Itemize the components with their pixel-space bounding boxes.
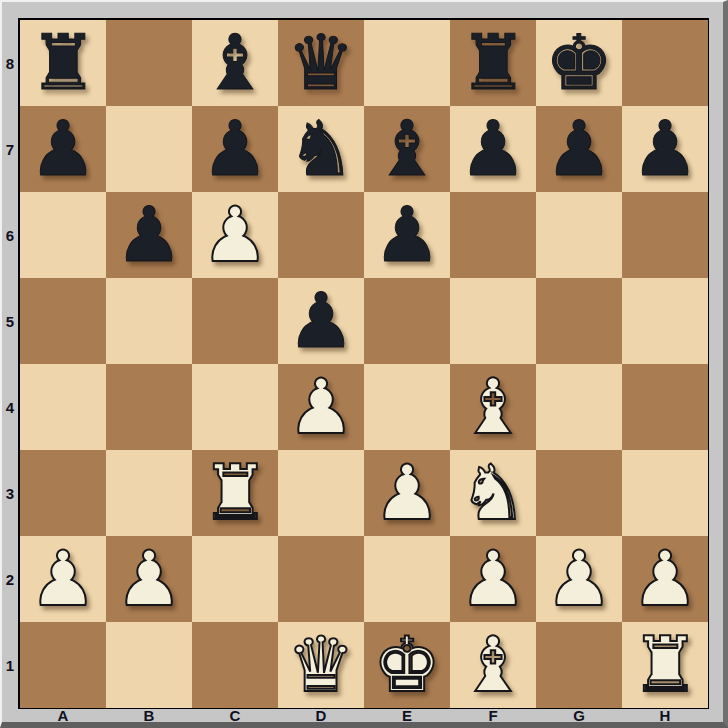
rank-labels: 87654321 xyxy=(2,20,18,708)
square-b1[interactable] xyxy=(106,622,192,708)
chess-diagram: 87654321 ♜♝♛♜♚♟♟♞♝♟♟♟♟♟♟♟♟♝♜♟♞♟♟♟♟♟♛♚♝♜ … xyxy=(0,0,728,728)
white-rook-piece: ♜ xyxy=(201,450,269,536)
square-e7[interactable]: ♝ xyxy=(364,106,450,192)
square-e8[interactable] xyxy=(364,20,450,106)
black-knight-piece: ♞ xyxy=(287,106,355,192)
square-a8[interactable]: ♜ xyxy=(20,20,106,106)
file-label-a: A xyxy=(20,707,106,724)
square-e6[interactable]: ♟ xyxy=(364,192,450,278)
square-d4[interactable]: ♟ xyxy=(278,364,364,450)
square-c5[interactable] xyxy=(192,278,278,364)
square-a4[interactable] xyxy=(20,364,106,450)
square-d5[interactable]: ♟ xyxy=(278,278,364,364)
square-f1[interactable]: ♝ xyxy=(450,622,536,708)
rank-label-6: 6 xyxy=(2,192,18,278)
square-f5[interactable] xyxy=(450,278,536,364)
square-a1[interactable] xyxy=(20,622,106,708)
square-h2[interactable]: ♟ xyxy=(622,536,708,622)
square-c4[interactable] xyxy=(192,364,278,450)
file-label-c: C xyxy=(192,707,278,724)
square-g5[interactable] xyxy=(536,278,622,364)
square-h8[interactable] xyxy=(622,20,708,106)
black-rook-piece: ♜ xyxy=(459,20,527,106)
file-label-d: D xyxy=(278,707,364,724)
white-pawn-piece: ♟ xyxy=(459,536,527,622)
black-bishop-piece: ♝ xyxy=(201,20,269,106)
rank-label-2: 2 xyxy=(2,536,18,622)
rank-label-8: 8 xyxy=(2,20,18,106)
square-b2[interactable]: ♟ xyxy=(106,536,192,622)
square-f4[interactable]: ♝ xyxy=(450,364,536,450)
square-b3[interactable] xyxy=(106,450,192,536)
black-pawn-piece: ♟ xyxy=(459,106,527,192)
square-f2[interactable]: ♟ xyxy=(450,536,536,622)
board-grid: ♜♝♛♜♚♟♟♞♝♟♟♟♟♟♟♟♟♝♜♟♞♟♟♟♟♟♛♚♝♜ xyxy=(18,18,709,709)
square-g8[interactable]: ♚ xyxy=(536,20,622,106)
square-b5[interactable] xyxy=(106,278,192,364)
black-pawn-piece: ♟ xyxy=(115,192,183,278)
square-a3[interactable] xyxy=(20,450,106,536)
square-d1[interactable]: ♛ xyxy=(278,622,364,708)
square-h3[interactable] xyxy=(622,450,708,536)
square-c7[interactable]: ♟ xyxy=(192,106,278,192)
file-label-f: F xyxy=(450,707,536,724)
black-pawn-piece: ♟ xyxy=(29,106,97,192)
rank-label-5: 5 xyxy=(2,278,18,364)
white-pawn-piece: ♟ xyxy=(287,364,355,450)
black-pawn-piece: ♟ xyxy=(287,278,355,364)
white-queen-piece: ♛ xyxy=(287,622,355,708)
square-f7[interactable]: ♟ xyxy=(450,106,536,192)
square-h1[interactable]: ♜ xyxy=(622,622,708,708)
black-bishop-piece: ♝ xyxy=(373,106,441,192)
file-labels: ABCDEFGH xyxy=(20,707,708,723)
white-pawn-piece: ♟ xyxy=(373,450,441,536)
file-label-b: B xyxy=(106,707,192,724)
square-d8[interactable]: ♛ xyxy=(278,20,364,106)
black-pawn-piece: ♟ xyxy=(201,106,269,192)
square-h4[interactable] xyxy=(622,364,708,450)
square-d6[interactable] xyxy=(278,192,364,278)
square-f3[interactable]: ♞ xyxy=(450,450,536,536)
rank-label-7: 7 xyxy=(2,106,18,192)
square-e5[interactable] xyxy=(364,278,450,364)
white-knight-piece: ♞ xyxy=(459,450,527,536)
black-pawn-piece: ♟ xyxy=(631,106,699,192)
square-e3[interactable]: ♟ xyxy=(364,450,450,536)
black-rook-piece: ♜ xyxy=(29,20,97,106)
white-king-piece: ♚ xyxy=(373,622,441,708)
square-c3[interactable]: ♜ xyxy=(192,450,278,536)
square-f6[interactable] xyxy=(450,192,536,278)
white-rook-piece: ♜ xyxy=(631,622,699,708)
black-queen-piece: ♛ xyxy=(287,20,355,106)
square-c1[interactable] xyxy=(192,622,278,708)
file-label-e: E xyxy=(364,707,450,724)
square-a6[interactable] xyxy=(20,192,106,278)
square-e2[interactable] xyxy=(364,536,450,622)
white-pawn-piece: ♟ xyxy=(631,536,699,622)
square-g3[interactable] xyxy=(536,450,622,536)
square-g7[interactable]: ♟ xyxy=(536,106,622,192)
square-g4[interactable] xyxy=(536,364,622,450)
square-e4[interactable] xyxy=(364,364,450,450)
black-pawn-piece: ♟ xyxy=(545,106,613,192)
rank-label-1: 1 xyxy=(2,622,18,708)
square-b8[interactable] xyxy=(106,20,192,106)
square-b6[interactable]: ♟ xyxy=(106,192,192,278)
white-pawn-piece: ♟ xyxy=(201,192,269,278)
file-label-g: G xyxy=(536,707,622,724)
square-g6[interactable] xyxy=(536,192,622,278)
file-label-h: H xyxy=(622,707,708,724)
square-d7[interactable]: ♞ xyxy=(278,106,364,192)
square-e1[interactable]: ♚ xyxy=(364,622,450,708)
rank-label-4: 4 xyxy=(2,364,18,450)
square-b4[interactable] xyxy=(106,364,192,450)
square-f8[interactable]: ♜ xyxy=(450,20,536,106)
square-h7[interactable]: ♟ xyxy=(622,106,708,192)
square-c2[interactable] xyxy=(192,536,278,622)
square-b7[interactable] xyxy=(106,106,192,192)
white-pawn-piece: ♟ xyxy=(115,536,183,622)
square-a5[interactable] xyxy=(20,278,106,364)
square-g2[interactable]: ♟ xyxy=(536,536,622,622)
square-h6[interactable] xyxy=(622,192,708,278)
square-d2[interactable] xyxy=(278,536,364,622)
square-h5[interactable] xyxy=(622,278,708,364)
white-pawn-piece: ♟ xyxy=(545,536,613,622)
white-pawn-piece: ♟ xyxy=(29,536,97,622)
square-d3[interactable] xyxy=(278,450,364,536)
white-bishop-piece: ♝ xyxy=(459,622,527,708)
black-pawn-piece: ♟ xyxy=(373,192,441,278)
rank-label-3: 3 xyxy=(2,450,18,536)
black-king-piece: ♚ xyxy=(545,20,613,106)
square-a7[interactable]: ♟ xyxy=(20,106,106,192)
square-a2[interactable]: ♟ xyxy=(20,536,106,622)
square-c6[interactable]: ♟ xyxy=(192,192,278,278)
square-g1[interactable] xyxy=(536,622,622,708)
square-c8[interactable]: ♝ xyxy=(192,20,278,106)
white-bishop-piece: ♝ xyxy=(459,364,527,450)
